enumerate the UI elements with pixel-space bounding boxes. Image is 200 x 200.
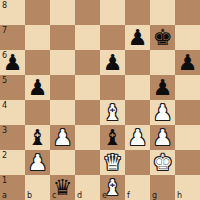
square-d4[interactable]	[75, 100, 100, 125]
square-b7[interactable]	[25, 25, 50, 50]
piece-black-pawn[interactable]: ♟	[153, 75, 173, 100]
square-c3[interactable]: ♟	[50, 125, 75, 150]
square-h8[interactable]	[175, 0, 200, 25]
square-e3[interactable]: ♝	[100, 125, 125, 150]
square-c7[interactable]	[50, 25, 75, 50]
square-f7[interactable]: ♟	[125, 25, 150, 50]
square-h3[interactable]	[175, 125, 200, 150]
square-b5[interactable]: ♟	[25, 75, 50, 100]
square-d7[interactable]	[75, 25, 100, 50]
square-a7[interactable]: 7	[0, 25, 25, 50]
piece-white-queen[interactable]: ♛	[103, 150, 123, 175]
rank-label-2: 2	[2, 151, 7, 160]
rank-label-1: 1	[2, 176, 7, 185]
rank-label-4: 4	[2, 101, 7, 110]
piece-white-pawn[interactable]: ♟	[28, 150, 48, 175]
square-a6[interactable]: 6♟	[0, 50, 25, 75]
chess-board: 87♟♚6♟♟♟5♟♟4♝♟3♝♟♝♟♟2♟♛♚1abc♛de♝fgh	[0, 0, 200, 200]
square-e4[interactable]: ♝	[100, 100, 125, 125]
square-e5[interactable]	[100, 75, 125, 100]
square-g2[interactable]: ♚	[150, 150, 175, 175]
square-b8[interactable]	[25, 0, 50, 25]
piece-black-queen[interactable]: ♛	[53, 175, 73, 200]
square-h6[interactable]: ♟	[175, 50, 200, 75]
square-f3[interactable]: ♟	[125, 125, 150, 150]
square-d1[interactable]: d	[75, 175, 100, 200]
square-a4[interactable]: 4	[0, 100, 25, 125]
square-g5[interactable]: ♟	[150, 75, 175, 100]
square-f1[interactable]: f	[125, 175, 150, 200]
square-b1[interactable]: b	[25, 175, 50, 200]
square-e8[interactable]	[100, 0, 125, 25]
square-g1[interactable]: g	[150, 175, 175, 200]
square-a1[interactable]: 1a	[0, 175, 25, 200]
square-c1[interactable]: c♛	[50, 175, 75, 200]
piece-white-bishop[interactable]: ♝	[103, 100, 123, 125]
file-label-f: f	[127, 191, 130, 200]
rank-label-5: 5	[2, 76, 7, 85]
square-a5[interactable]: 5	[0, 75, 25, 100]
square-f6[interactable]	[125, 50, 150, 75]
square-h4[interactable]	[175, 100, 200, 125]
square-d3[interactable]	[75, 125, 100, 150]
file-label-d: d	[77, 191, 82, 200]
piece-black-pawn[interactable]: ♟	[128, 25, 148, 50]
square-g6[interactable]	[150, 50, 175, 75]
square-d2[interactable]	[75, 150, 100, 175]
piece-white-bishop[interactable]: ♝	[103, 175, 123, 200]
square-c8[interactable]	[50, 0, 75, 25]
square-c2[interactable]	[50, 150, 75, 175]
square-e7[interactable]	[100, 25, 125, 50]
square-e6[interactable]: ♟	[100, 50, 125, 75]
piece-black-pawn[interactable]: ♟	[103, 50, 123, 75]
file-label-a: a	[2, 191, 7, 200]
rank-label-3: 3	[2, 126, 7, 135]
square-h7[interactable]	[175, 25, 200, 50]
square-d8[interactable]	[75, 0, 100, 25]
square-h5[interactable]	[175, 75, 200, 100]
piece-white-pawn[interactable]: ♟	[53, 125, 73, 150]
square-c6[interactable]	[50, 50, 75, 75]
square-e2[interactable]: ♛	[100, 150, 125, 175]
piece-black-pawn[interactable]: ♟	[28, 75, 48, 100]
square-f5[interactable]	[125, 75, 150, 100]
square-f2[interactable]	[125, 150, 150, 175]
square-d5[interactable]	[75, 75, 100, 100]
square-h2[interactable]	[175, 150, 200, 175]
piece-black-bishop[interactable]: ♝	[103, 125, 123, 150]
piece-white-pawn[interactable]: ♟	[153, 125, 173, 150]
piece-black-king[interactable]: ♚	[153, 25, 173, 50]
square-c4[interactable]	[50, 100, 75, 125]
file-label-g: g	[152, 191, 157, 200]
square-e1[interactable]: e♝	[100, 175, 125, 200]
square-g4[interactable]: ♟	[150, 100, 175, 125]
square-f8[interactable]	[125, 0, 150, 25]
square-b3[interactable]: ♝	[25, 125, 50, 150]
rank-label-8: 8	[2, 1, 7, 10]
piece-white-pawn[interactable]: ♟	[153, 100, 173, 125]
square-g3[interactable]: ♟	[150, 125, 175, 150]
square-d6[interactable]	[75, 50, 100, 75]
rank-label-7: 7	[2, 26, 7, 35]
piece-black-pawn[interactable]: ♟	[178, 50, 198, 75]
piece-black-bishop[interactable]: ♝	[28, 125, 48, 150]
square-g7[interactable]: ♚	[150, 25, 175, 50]
square-a2[interactable]: 2	[0, 150, 25, 175]
square-g8[interactable]	[150, 0, 175, 25]
file-label-h: h	[177, 191, 182, 200]
square-c5[interactable]	[50, 75, 75, 100]
piece-white-king[interactable]: ♚	[153, 150, 173, 175]
piece-white-pawn[interactable]: ♟	[128, 125, 148, 150]
square-a8[interactable]: 8	[0, 0, 25, 25]
square-b2[interactable]: ♟	[25, 150, 50, 175]
square-b4[interactable]	[25, 100, 50, 125]
file-label-b: b	[27, 191, 32, 200]
square-b6[interactable]	[25, 50, 50, 75]
piece-black-pawn[interactable]: ♟	[3, 50, 23, 75]
square-a3[interactable]: 3	[0, 125, 25, 150]
square-h1[interactable]: h	[175, 175, 200, 200]
square-f4[interactable]	[125, 100, 150, 125]
